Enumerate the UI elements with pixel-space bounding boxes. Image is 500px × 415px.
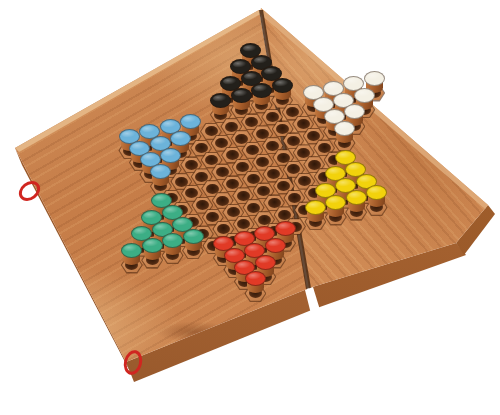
board-hole[interactable] <box>258 215 271 225</box>
board-hole[interactable] <box>226 179 239 189</box>
peg-cap-red <box>275 221 296 236</box>
board-hole[interactable] <box>245 117 258 127</box>
board-hole[interactable] <box>297 148 310 158</box>
board-hole[interactable] <box>247 203 260 213</box>
board-hole[interactable] <box>287 136 300 146</box>
board-hole[interactable] <box>216 196 229 206</box>
board-hole[interactable] <box>217 224 230 234</box>
board-hole[interactable] <box>297 119 310 129</box>
board-hole[interactable] <box>205 155 218 165</box>
board-hole[interactable] <box>266 141 279 151</box>
board-hole[interactable] <box>278 210 291 220</box>
peg-cap-green <box>142 238 163 253</box>
peg-cap-black <box>210 93 231 108</box>
board-hole[interactable] <box>308 160 321 170</box>
board-hole[interactable] <box>205 126 218 136</box>
peg-cap-black <box>272 78 293 93</box>
peg-cap-yellow <box>346 190 367 205</box>
board-hole[interactable] <box>216 167 229 177</box>
board-hole[interactable] <box>237 191 250 201</box>
peg-cap-black <box>231 88 252 103</box>
board-hole[interactable] <box>268 198 281 208</box>
board-hole[interactable] <box>307 131 320 141</box>
peg-cap-white <box>334 121 355 136</box>
board-hole[interactable] <box>175 177 188 187</box>
board-hole[interactable] <box>195 172 208 182</box>
board-hole[interactable] <box>256 129 269 139</box>
peg-cap-white <box>354 88 375 103</box>
peg-cap-red <box>265 238 286 253</box>
product-photo-stage <box>0 0 500 415</box>
peg-cap-green <box>183 229 204 244</box>
board-hole[interactable] <box>276 124 289 134</box>
board-hole[interactable] <box>206 184 219 194</box>
board-hole[interactable] <box>225 122 238 132</box>
board-hole[interactable] <box>185 160 198 170</box>
peg-cap-yellow <box>305 200 326 215</box>
board-hole[interactable] <box>277 153 290 163</box>
board-hole[interactable] <box>235 134 248 144</box>
board-hole[interactable] <box>195 143 208 153</box>
board-hole[interactable] <box>226 150 239 160</box>
peg-cap-blue <box>160 148 181 163</box>
peg-cap-blue <box>170 131 191 146</box>
board-hole[interactable] <box>266 112 279 122</box>
peg-holes-layer <box>0 0 500 415</box>
board-hole[interactable] <box>257 186 270 196</box>
peg-cap-white <box>364 71 385 86</box>
board-hole[interactable] <box>318 143 331 153</box>
peg-cap-red <box>255 255 276 270</box>
board-hole[interactable] <box>288 193 301 203</box>
board-hole[interactable] <box>247 174 260 184</box>
